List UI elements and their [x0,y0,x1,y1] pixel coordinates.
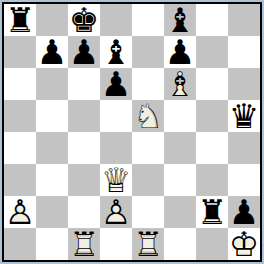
piece-white-pawn[interactable]: ♟♙ [100,196,132,228]
square-d6[interactable]: ♟ [100,68,132,100]
square-b3[interactable] [36,164,68,196]
piece-glyph: ♟ [100,68,132,100]
square-a2[interactable]: ♟♙ [4,196,36,228]
piece-glyph-outline: ♘ [132,100,164,132]
square-b4[interactable] [36,132,68,164]
piece-white-pawn[interactable]: ♟♙ [4,196,36,228]
square-e4[interactable] [132,132,164,164]
square-a1[interactable] [4,228,36,260]
square-f5[interactable] [164,100,196,132]
square-f1[interactable] [164,228,196,260]
square-d5[interactable] [100,100,132,132]
piece-glyph: ♜ [196,196,228,228]
square-a8[interactable]: ♜ [4,4,36,36]
square-c7[interactable]: ♟ [68,36,100,68]
square-g1[interactable] [196,228,228,260]
square-e7[interactable] [132,36,164,68]
square-b2[interactable] [36,196,68,228]
square-a5[interactable] [4,100,36,132]
square-a6[interactable] [4,68,36,100]
piece-black-pawn[interactable]: ♟ [68,36,100,68]
piece-glyph-outline: ♖ [68,228,100,260]
square-c4[interactable] [68,132,100,164]
square-g6[interactable] [196,68,228,100]
square-c3[interactable] [68,164,100,196]
piece-glyph-outline: ♖ [132,228,164,260]
square-h1[interactable]: ♚♔ [228,228,260,260]
square-h4[interactable] [228,132,260,164]
square-g2[interactable]: ♜ [196,196,228,228]
square-d1[interactable] [100,228,132,260]
square-e1[interactable]: ♜♖ [132,228,164,260]
piece-glyph-outline: ♙ [4,196,36,228]
chess-board-frame: ♜♚♝♟♟♝♟♟♝♗♞♘♛♛♕♟♙♟♙♜♟♜♖♜♖♚♔ [2,2,262,262]
piece-black-rook[interactable]: ♜ [4,4,36,36]
piece-black-rook[interactable]: ♜ [196,196,228,228]
square-g7[interactable] [196,36,228,68]
square-f3[interactable] [164,164,196,196]
square-g4[interactable] [196,132,228,164]
piece-white-knight[interactable]: ♞♘ [132,100,164,132]
square-a4[interactable] [4,132,36,164]
square-f2[interactable] [164,196,196,228]
square-e8[interactable] [132,4,164,36]
square-g5[interactable] [196,100,228,132]
square-c5[interactable] [68,100,100,132]
piece-glyph: ♛ [228,100,260,132]
piece-black-pawn[interactable]: ♟ [36,36,68,68]
square-a7[interactable] [4,36,36,68]
chess-board: ♜♚♝♟♟♝♟♟♝♗♞♘♛♛♕♟♙♟♙♜♟♜♖♜♖♚♔ [4,4,260,260]
piece-glyph: ♟ [68,36,100,68]
square-d2[interactable]: ♟♙ [100,196,132,228]
piece-glyph: ♟ [36,36,68,68]
piece-black-queen[interactable]: ♛ [228,100,260,132]
square-b7[interactable]: ♟ [36,36,68,68]
piece-glyph-outline: ♙ [100,196,132,228]
piece-white-rook[interactable]: ♜♖ [68,228,100,260]
piece-black-pawn[interactable]: ♟ [100,68,132,100]
square-b5[interactable] [36,100,68,132]
square-c6[interactable] [68,68,100,100]
square-h7[interactable] [228,36,260,68]
square-h8[interactable] [228,4,260,36]
square-f6[interactable]: ♝♗ [164,68,196,100]
piece-glyph-outline: ♔ [228,228,260,260]
square-b1[interactable] [36,228,68,260]
square-c1[interactable]: ♜♖ [68,228,100,260]
piece-glyph-outline: ♗ [164,68,196,100]
square-e3[interactable] [132,164,164,196]
piece-white-bishop[interactable]: ♝♗ [164,68,196,100]
piece-white-king[interactable]: ♚♔ [228,228,260,260]
square-b6[interactable] [36,68,68,100]
square-e5[interactable]: ♞♘ [132,100,164,132]
piece-glyph: ♜ [4,4,36,36]
page-background: { "game": "chess", "position": { "fen": … [0,0,264,264]
piece-white-rook[interactable]: ♜♖ [132,228,164,260]
square-f4[interactable] [164,132,196,164]
square-g8[interactable] [196,4,228,36]
square-h5[interactable]: ♛ [228,100,260,132]
